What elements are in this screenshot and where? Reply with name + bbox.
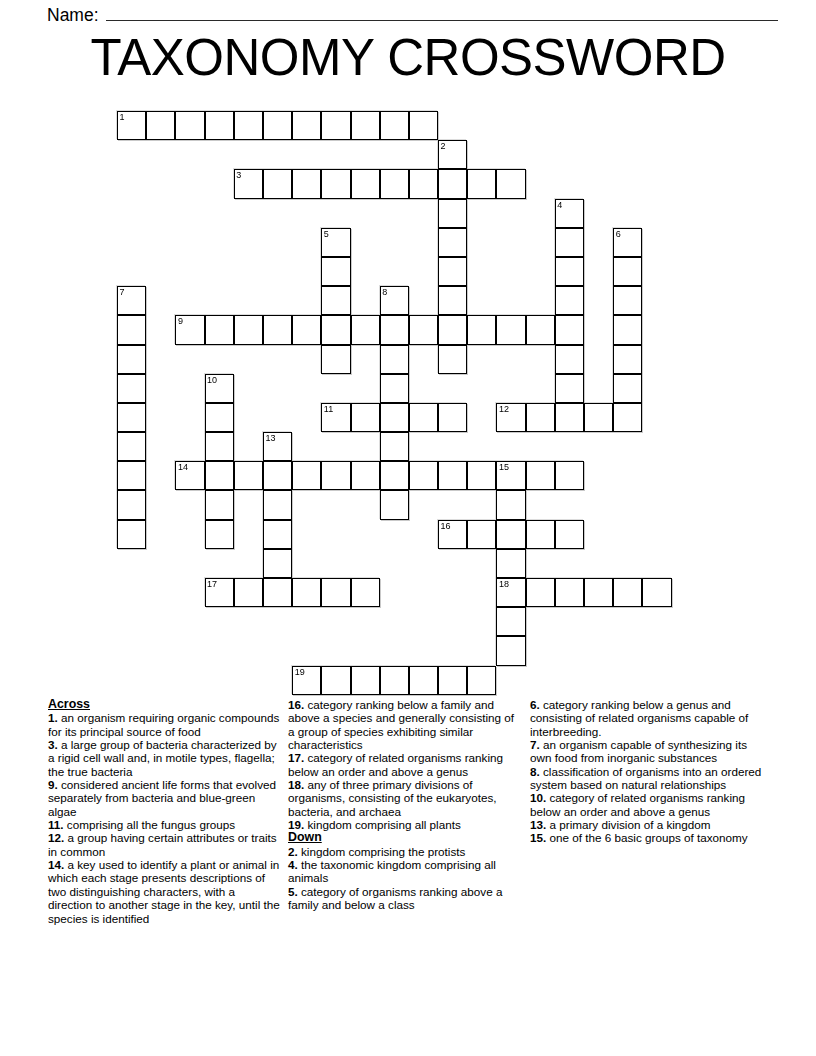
clue-across-16: 16. category ranking below a family and … xyxy=(288,698,520,751)
clue-number-1: 1 xyxy=(120,112,125,122)
grid-cell-15-10[interactable] xyxy=(555,403,584,432)
grid-cell-3-10[interactable] xyxy=(205,403,234,432)
grid-cell-5-12[interactable] xyxy=(263,461,292,490)
grid-cell-13-13[interactable] xyxy=(496,490,525,519)
grid-cell-12-19[interactable] xyxy=(467,666,496,695)
clue-number-16: 16 xyxy=(441,521,451,531)
grid-cell-12-2[interactable] xyxy=(467,169,496,198)
grid-cell-10-2[interactable] xyxy=(409,169,438,198)
grid-cell-6-7[interactable] xyxy=(292,315,321,344)
grid-cell-9-8[interactable] xyxy=(380,345,409,374)
page-title: TAXONOMY CROSSWORD xyxy=(0,30,816,86)
grid-cell-6-2[interactable] xyxy=(292,169,321,198)
grid-cell-11-12[interactable] xyxy=(438,461,467,490)
grid-cell-15-9[interactable] xyxy=(555,374,584,403)
grid-cell-9-0[interactable] xyxy=(380,111,409,140)
grid-cell-13-14[interactable] xyxy=(496,520,525,549)
clue-number-14: 14 xyxy=(178,462,188,472)
grid-cell-13-15[interactable] xyxy=(496,549,525,578)
grid-cell-7-2[interactable] xyxy=(321,169,350,198)
clue-number-7: 7 xyxy=(120,287,125,297)
clue-across-14: 14. a key used to identify a plant or an… xyxy=(48,858,280,925)
grid-cell-11-10[interactable] xyxy=(438,403,467,432)
grid-cell-8-19[interactable] xyxy=(351,666,380,695)
grid-cell-6-12[interactable] xyxy=(292,461,321,490)
grid-cell-5-2[interactable] xyxy=(263,169,292,198)
grid-cell-17-7[interactable] xyxy=(613,315,642,344)
clue-down-2: 2. kingdom comprising the protists xyxy=(288,845,520,858)
grid-cell-5-13[interactable] xyxy=(263,490,292,519)
grid-cell-5-0[interactable] xyxy=(263,111,292,140)
clue-down-7: 7. an organism capable of synthesizing i… xyxy=(530,738,762,765)
clue-across-12: 12. a group having certain attributes or… xyxy=(48,831,280,858)
grid-cell-0-6[interactable]: 7 xyxy=(117,286,146,315)
grid-cell-13-16[interactable]: 18 xyxy=(496,578,525,607)
clue-across-9: 9. considered ancient life forms that ev… xyxy=(48,778,280,818)
grid-cell-14-7[interactable] xyxy=(526,315,555,344)
grid-cell-0-13[interactable] xyxy=(117,490,146,519)
clue-column-2: 16. category ranking below a family and … xyxy=(288,698,520,912)
clue-number-5: 5 xyxy=(324,229,329,239)
grid-cell-12-14[interactable] xyxy=(467,520,496,549)
grid-cell-11-4[interactable] xyxy=(438,228,467,257)
grid-cell-13-7[interactable] xyxy=(496,315,525,344)
grid-cell-6-0[interactable] xyxy=(292,111,321,140)
grid-cell-11-14[interactable]: 16 xyxy=(438,520,467,549)
grid-cell-15-12[interactable] xyxy=(555,461,584,490)
grid-cell-10-7[interactable] xyxy=(409,315,438,344)
grid-cell-9-9[interactable] xyxy=(380,374,409,403)
grid-cell-13-2[interactable] xyxy=(496,169,525,198)
grid-cell-17-5[interactable] xyxy=(613,257,642,286)
grid-cell-7-6[interactable] xyxy=(321,286,350,315)
grid-cell-11-19[interactable] xyxy=(438,666,467,695)
clue-number-19: 19 xyxy=(295,667,305,677)
clue-number-6: 6 xyxy=(616,229,621,239)
grid-cell-0-12[interactable] xyxy=(117,461,146,490)
grid-cell-0-11[interactable] xyxy=(117,432,146,461)
grid-cell-15-4[interactable] xyxy=(555,228,584,257)
grid-cell-2-7[interactable]: 9 xyxy=(175,315,204,344)
grid-cell-5-7[interactable] xyxy=(263,315,292,344)
clue-column-3: 6. category ranking below a genus and co… xyxy=(530,698,762,845)
clue-down-4: 4. the taxonomic kingdom comprising all … xyxy=(288,858,520,885)
grid-cell-12-12[interactable] xyxy=(467,461,496,490)
grid-cell-5-14[interactable] xyxy=(263,520,292,549)
grid-cell-7-16[interactable] xyxy=(321,578,350,607)
grid-cell-15-5[interactable] xyxy=(555,257,584,286)
grid-cell-13-18[interactable] xyxy=(496,636,525,665)
grid-cell-5-16[interactable] xyxy=(263,578,292,607)
grid-cell-9-11[interactable] xyxy=(380,432,409,461)
clue-across-19: 19. kingdom comprising all plants xyxy=(288,818,520,831)
grid-cell-4-12[interactable] xyxy=(234,461,263,490)
grid-cell-15-7[interactable] xyxy=(555,315,584,344)
grid-cell-10-10[interactable] xyxy=(409,403,438,432)
grid-cell-14-10[interactable] xyxy=(526,403,555,432)
clue-down-6: 6. category ranking below a genus and co… xyxy=(530,698,762,738)
clue-number-9: 9 xyxy=(178,316,183,326)
grid-cell-11-8[interactable] xyxy=(438,345,467,374)
grid-cell-3-7[interactable] xyxy=(205,315,234,344)
grid-cell-3-9[interactable]: 10 xyxy=(205,374,234,403)
grid-cell-14-16[interactable] xyxy=(526,578,555,607)
grid-cell-2-0[interactable] xyxy=(175,111,204,140)
clue-across-1: 1. an organism requiring organic compoun… xyxy=(48,711,280,738)
clue-down-10: 10. category of related organisms rankin… xyxy=(530,791,762,818)
clue-number-15: 15 xyxy=(499,462,509,472)
grid-cell-9-12[interactable] xyxy=(380,461,409,490)
grid-cell-15-6[interactable] xyxy=(555,286,584,315)
grid-cell-7-19[interactable] xyxy=(321,666,350,695)
down-header: Down xyxy=(288,831,520,844)
grid-cell-9-2[interactable] xyxy=(380,169,409,198)
grid-cell-18-16[interactable] xyxy=(642,578,671,607)
clue-number-12: 12 xyxy=(499,404,509,414)
clue-down-15: 15. one of the 6 basic groups of taxonom… xyxy=(530,831,762,844)
grid-cell-3-11[interactable] xyxy=(205,432,234,461)
grid-cell-3-0[interactable] xyxy=(205,111,234,140)
grid-cell-17-8[interactable] xyxy=(613,345,642,374)
grid-cell-4-0[interactable] xyxy=(234,111,263,140)
grid-cell-7-10[interactable]: 11 xyxy=(321,403,350,432)
grid-cell-0-0[interactable]: 1 xyxy=(117,111,146,140)
grid-cell-4-16[interactable] xyxy=(234,578,263,607)
grid-cell-8-16[interactable] xyxy=(351,578,380,607)
name-input-line[interactable] xyxy=(106,3,778,21)
grid-cell-8-12[interactable] xyxy=(351,461,380,490)
clue-across-17: 17. category of related organisms rankin… xyxy=(288,751,520,778)
grid-cell-11-2[interactable] xyxy=(438,169,467,198)
grid-cell-15-16[interactable] xyxy=(555,578,584,607)
grid-cell-14-14[interactable] xyxy=(526,520,555,549)
clue-column-1: Across1. an organism requiring organic c… xyxy=(48,698,280,925)
clue-down-8: 8. classification of organisms into an o… xyxy=(530,765,762,792)
grid-cell-11-6[interactable] xyxy=(438,286,467,315)
clue-number-17: 17 xyxy=(207,579,217,589)
grid-cell-6-16[interactable] xyxy=(292,578,321,607)
grid-cell-17-16[interactable] xyxy=(613,578,642,607)
grid-cell-3-14[interactable] xyxy=(205,520,234,549)
worksheet-page: Name: TAXONOMY CROSSWORD 123456789101112… xyxy=(0,0,816,1056)
grid-cell-9-19[interactable] xyxy=(380,666,409,695)
grid-cell-0-14[interactable] xyxy=(117,520,146,549)
grid-cell-4-7[interactable] xyxy=(234,315,263,344)
clue-number-8: 8 xyxy=(382,287,387,297)
grid-cell-0-10[interactable] xyxy=(117,403,146,432)
grid-cell-10-19[interactable] xyxy=(409,666,438,695)
grid-cell-3-13[interactable] xyxy=(205,490,234,519)
grid-cell-13-10[interactable]: 12 xyxy=(496,403,525,432)
grid-cell-7-4[interactable]: 5 xyxy=(321,228,350,257)
clue-across-18: 18. any of three primary divisions of or… xyxy=(288,778,520,818)
grid-cell-9-13[interactable] xyxy=(380,490,409,519)
clue-number-4: 4 xyxy=(557,200,562,210)
grid-cell-1-0[interactable] xyxy=(146,111,175,140)
grid-cell-8-7[interactable] xyxy=(351,315,380,344)
grid-cell-0-7[interactable] xyxy=(117,315,146,344)
clue-down-13: 13. a primary division of a kingdom xyxy=(530,818,762,831)
grid-cell-3-16[interactable]: 17 xyxy=(205,578,234,607)
name-label: Name: xyxy=(47,5,99,25)
grid-cell-17-6[interactable] xyxy=(613,286,642,315)
grid-cell-13-17[interactable] xyxy=(496,607,525,636)
grid-cell-17-4[interactable]: 6 xyxy=(613,228,642,257)
grid-cell-11-5[interactable] xyxy=(438,257,467,286)
clue-down-5: 5. category of organisms ranking above a… xyxy=(288,885,520,912)
grid-cell-8-2[interactable] xyxy=(351,169,380,198)
grid-cell-15-14[interactable] xyxy=(555,520,584,549)
name-row: Name: xyxy=(47,3,778,26)
grid-cell-11-7[interactable] xyxy=(438,315,467,344)
across-header: Across xyxy=(48,698,280,711)
grid-cell-9-10[interactable] xyxy=(380,403,409,432)
grid-cell-7-5[interactable] xyxy=(321,257,350,286)
grid-cell-5-15[interactable] xyxy=(263,549,292,578)
grid-cell-10-12[interactable] xyxy=(409,461,438,490)
grid-cell-8-0[interactable] xyxy=(351,111,380,140)
grid-cell-7-7[interactable] xyxy=(321,315,350,344)
clue-across-11: 11. comprising all the fungus groups xyxy=(48,818,280,831)
grid-cell-5-11[interactable]: 13 xyxy=(263,432,292,461)
clue-number-11: 11 xyxy=(324,404,333,414)
grid-cell-11-3[interactable] xyxy=(438,199,467,228)
grid-cell-6-19[interactable]: 19 xyxy=(292,666,321,695)
clue-number-10: 10 xyxy=(207,375,217,385)
grid-cell-16-16[interactable] xyxy=(584,578,613,607)
grid-cell-17-10[interactable] xyxy=(613,403,642,432)
grid-cell-10-0[interactable] xyxy=(409,111,438,140)
clue-number-13: 13 xyxy=(265,433,275,443)
grid-cell-17-9[interactable] xyxy=(613,374,642,403)
grid-cell-7-12[interactable] xyxy=(321,461,350,490)
grid-cell-3-12[interactable] xyxy=(205,461,234,490)
grid-cell-15-3[interactable]: 4 xyxy=(555,199,584,228)
grid-cell-9-7[interactable] xyxy=(380,315,409,344)
grid-cell-14-12[interactable] xyxy=(526,461,555,490)
clue-number-2: 2 xyxy=(441,141,446,151)
grid-cell-0-9[interactable] xyxy=(117,374,146,403)
grid-cell-7-8[interactable] xyxy=(321,345,350,374)
grid-cell-15-8[interactable] xyxy=(555,345,584,374)
grid-cell-2-12[interactable]: 14 xyxy=(175,461,204,490)
grid-cell-9-6[interactable]: 8 xyxy=(380,286,409,315)
grid-cell-0-8[interactable] xyxy=(117,345,146,374)
clue-number-18: 18 xyxy=(499,579,509,589)
grid-cell-12-7[interactable] xyxy=(467,315,496,344)
clue-across-3: 3. a large group of bacteria characteriz… xyxy=(48,738,280,778)
crossword-grid: 12345678910111213141516171819 xyxy=(117,111,672,695)
grid-cell-16-10[interactable] xyxy=(584,403,613,432)
grid-cell-11-1[interactable]: 2 xyxy=(438,140,467,169)
grid-cell-8-10[interactable] xyxy=(351,403,380,432)
grid-cell-4-2[interactable]: 3 xyxy=(234,169,263,198)
grid-cell-13-12[interactable]: 15 xyxy=(496,461,525,490)
grid-cell-7-0[interactable] xyxy=(321,111,350,140)
clue-number-3: 3 xyxy=(236,170,241,180)
